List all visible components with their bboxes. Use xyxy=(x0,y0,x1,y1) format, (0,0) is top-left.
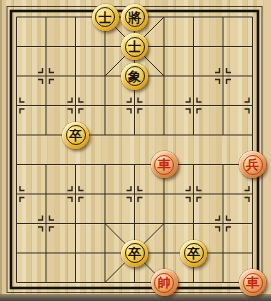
piece-ring: 車 xyxy=(243,273,263,293)
piece-ring: 帥 xyxy=(154,273,174,293)
piece-ring: 卒 xyxy=(184,243,204,263)
piece-glyph: 車 xyxy=(246,276,259,289)
piece-red-general[interactable]: 帥 xyxy=(151,269,178,296)
piece-glyph: 士 xyxy=(99,10,112,23)
piece-glyph: 士 xyxy=(128,40,141,53)
piece-ring: 兵 xyxy=(243,155,263,175)
piece-black-soldier[interactable]: 卒 xyxy=(180,240,207,267)
piece-black-soldier[interactable]: 卒 xyxy=(121,240,148,267)
xiangqi-board: 士將士象卒車兵卒卒帥車 xyxy=(0,0,271,301)
piece-ring: 象 xyxy=(125,66,145,86)
piece-black-advisor[interactable]: 士 xyxy=(121,33,148,60)
piece-ring: 卒 xyxy=(66,125,86,145)
pieces-layer: 士將士象卒車兵卒卒帥車 xyxy=(2,2,268,297)
piece-glyph: 車 xyxy=(158,158,171,171)
piece-glyph: 卒 xyxy=(187,246,200,259)
piece-red-soldier[interactable]: 兵 xyxy=(239,151,266,178)
piece-glyph: 帥 xyxy=(158,276,171,289)
piece-glyph: 將 xyxy=(128,10,141,23)
piece-ring: 士 xyxy=(95,7,115,27)
piece-ring: 士 xyxy=(125,37,145,57)
piece-ring: 車 xyxy=(154,155,174,175)
piece-glyph: 兵 xyxy=(246,158,259,171)
piece-black-advisor[interactable]: 士 xyxy=(92,4,119,31)
piece-glyph: 卒 xyxy=(128,246,141,259)
piece-black-general[interactable]: 將 xyxy=(121,4,148,31)
piece-ring: 卒 xyxy=(125,243,145,263)
piece-ring: 將 xyxy=(125,7,145,27)
piece-red-chariot[interactable]: 車 xyxy=(239,269,266,296)
piece-red-chariot[interactable]: 車 xyxy=(151,151,178,178)
piece-black-elephant[interactable]: 象 xyxy=(121,63,148,90)
piece-black-soldier[interactable]: 卒 xyxy=(62,122,89,149)
piece-glyph: 卒 xyxy=(69,128,82,141)
piece-glyph: 象 xyxy=(128,69,141,82)
